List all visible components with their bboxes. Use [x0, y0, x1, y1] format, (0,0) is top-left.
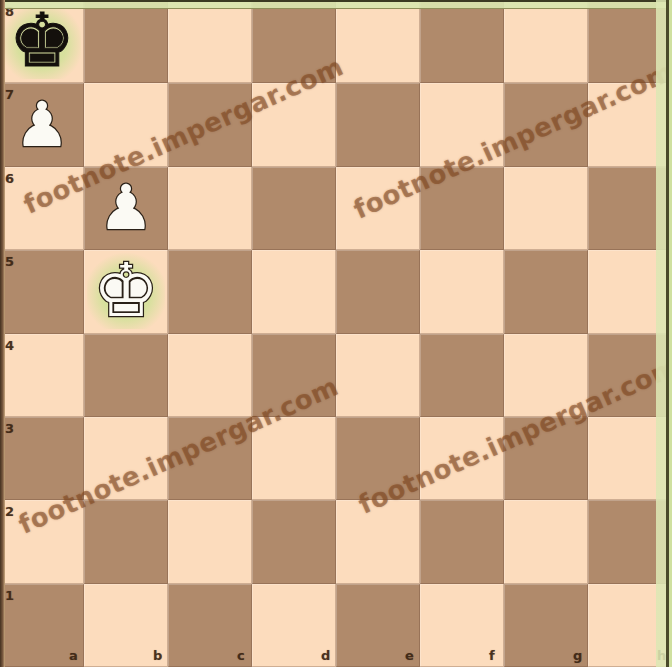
- file-label-g: g: [573, 648, 582, 663]
- square-d2: [252, 500, 336, 583]
- square-d3: [252, 417, 336, 500]
- rank-label-6: 6: [5, 171, 14, 186]
- square-d4: [252, 334, 336, 417]
- square-g3: [504, 417, 588, 500]
- file-label-e: e: [405, 648, 414, 663]
- square-f8: [420, 0, 504, 83]
- square-e2: [336, 500, 420, 583]
- square-c8: [168, 0, 252, 83]
- square-c3: [168, 417, 252, 500]
- square-b7: [84, 83, 168, 166]
- rank-label-4: 4: [5, 338, 14, 353]
- rank-label-3: 3: [5, 421, 14, 436]
- square-c2: [168, 500, 252, 583]
- square-c4: [168, 334, 252, 417]
- square-h7: [588, 83, 672, 166]
- black-king: ♚: [3, 1, 81, 79]
- square-h8: [588, 0, 672, 83]
- square-b5: ♚: [84, 250, 168, 333]
- square-d7: [252, 83, 336, 166]
- file-label-b: b: [153, 648, 162, 663]
- square-h4: [588, 334, 672, 417]
- square-g4: [504, 334, 588, 417]
- square-g8: [504, 0, 588, 83]
- square-e3: [336, 417, 420, 500]
- file-label-h: h: [657, 648, 666, 663]
- square-c6: [168, 167, 252, 250]
- square-c5: [168, 250, 252, 333]
- rank-label-5: 5: [5, 254, 14, 269]
- white-king: ♚: [87, 251, 165, 329]
- file-label-d: d: [321, 648, 330, 663]
- square-g2: [504, 500, 588, 583]
- file-label-a: a: [69, 648, 78, 663]
- square-d8: [252, 0, 336, 83]
- square-e6: [336, 167, 420, 250]
- square-b2: [84, 500, 168, 583]
- square-b4: [84, 334, 168, 417]
- rank-label-8: 8: [5, 4, 14, 19]
- square-g5: [504, 250, 588, 333]
- square-e7: [336, 83, 420, 166]
- board-grid: ♚♟♟♚: [0, 0, 672, 667]
- square-g6: [504, 167, 588, 250]
- square-h5: [588, 250, 672, 333]
- square-g7: [504, 83, 588, 166]
- square-e4: [336, 334, 420, 417]
- square-e8: [336, 0, 420, 83]
- chess-board: ♚♟♟♚ 87654321abcdefghfootnote.impergar.c…: [0, 0, 672, 667]
- square-h3: [588, 417, 672, 500]
- square-h6: [588, 167, 672, 250]
- square-d6: [252, 167, 336, 250]
- file-label-c: c: [237, 648, 245, 663]
- square-f7: [420, 83, 504, 166]
- square-h2: [588, 500, 672, 583]
- square-f6: [420, 167, 504, 250]
- white-pawn: ♟: [14, 94, 70, 156]
- square-e5: [336, 250, 420, 333]
- square-f2: [420, 500, 504, 583]
- file-label-f: f: [489, 648, 495, 663]
- white-pawn: ♟: [98, 177, 154, 239]
- square-c7: [168, 83, 252, 166]
- rank-label-1: 1: [5, 588, 14, 603]
- square-b6: ♟: [84, 167, 168, 250]
- rank-label-2: 2: [5, 504, 14, 519]
- square-b3: [84, 417, 168, 500]
- square-f3: [420, 417, 504, 500]
- rank-label-7: 7: [5, 87, 14, 102]
- square-d5: [252, 250, 336, 333]
- square-b8: [84, 0, 168, 83]
- square-f4: [420, 334, 504, 417]
- square-f5: [420, 250, 504, 333]
